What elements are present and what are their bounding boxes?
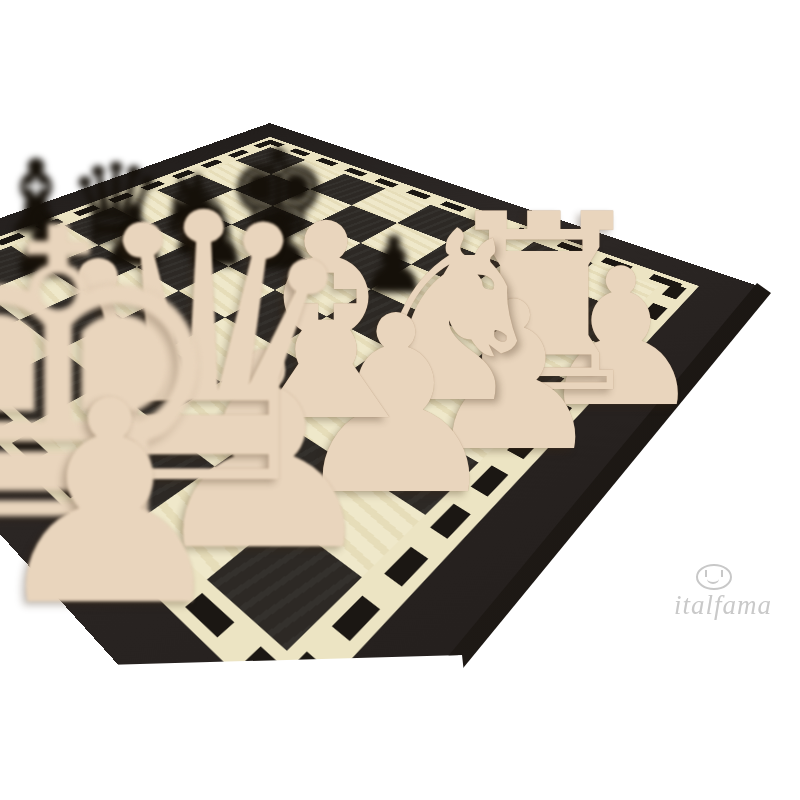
watermark-brand-text: italfama — [648, 590, 798, 621]
chess-board — [0, 123, 757, 800]
chess-product-photo: ♝♟♛♟♞♟♚♟♟♟♜♟♞♟♝♟♛♚♟ italfama — [0, 0, 800, 800]
board-layer — [0, 0, 800, 800]
italfama-logo-icon — [696, 564, 732, 590]
board-inlay-border — [0, 137, 699, 726]
watermark: italfama — [648, 558, 798, 628]
